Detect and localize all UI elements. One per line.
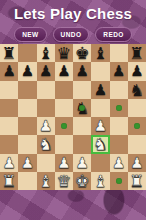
square-f7[interactable] <box>91 62 109 80</box>
white-pawn: ♟ <box>112 154 125 172</box>
square-c2[interactable] <box>37 154 55 172</box>
square-d4[interactable] <box>55 117 73 135</box>
square-c8[interactable]: ♝ <box>37 44 55 62</box>
square-f4[interactable]: ♟ <box>91 117 109 135</box>
white-pawn: ♟ <box>57 154 70 172</box>
square-d2[interactable]: ♟ <box>55 154 73 172</box>
square-a3[interactable] <box>0 135 18 153</box>
square-g1[interactable] <box>110 172 128 190</box>
black-rook: ♜ <box>129 44 144 62</box>
square-c6[interactable] <box>37 81 55 99</box>
square-b7[interactable]: ♟ <box>18 62 36 80</box>
black-pawn: ♟ <box>112 62 125 80</box>
square-c7[interactable]: ♟ <box>37 62 55 80</box>
square-e7[interactable]: ♟ <box>73 62 91 80</box>
square-c5[interactable] <box>37 99 55 117</box>
white-queen: ♛ <box>56 172 71 190</box>
white-pawn: ♟ <box>75 154 88 172</box>
white-pawn: ♟ <box>39 117 52 135</box>
black-rook: ♜ <box>2 44 17 62</box>
black-knight: ♞ <box>129 81 144 99</box>
square-h7[interactable]: ♟ <box>128 62 146 80</box>
black-bishop: ♝ <box>38 44 53 62</box>
legal-move-dot <box>116 178 122 184</box>
square-d7[interactable]: ♟ <box>55 62 73 80</box>
square-d1[interactable]: ♛ <box>55 172 73 190</box>
square-g5[interactable] <box>110 99 128 117</box>
square-e5[interactable]: ♞ <box>73 99 91 117</box>
square-a5[interactable] <box>0 99 18 117</box>
black-pawn: ♟ <box>94 81 107 99</box>
square-e6[interactable] <box>73 81 91 99</box>
black-bishop: ♝ <box>93 44 108 62</box>
square-c4[interactable]: ♟ <box>37 117 55 135</box>
square-d6[interactable] <box>55 81 73 99</box>
white-pawn: ♟ <box>21 154 34 172</box>
square-b8[interactable] <box>18 44 36 62</box>
black-pawn: ♟ <box>75 62 88 80</box>
white-knight: ♞ <box>38 135 53 153</box>
square-g2[interactable]: ♟ <box>110 154 128 172</box>
legal-move-dot <box>116 105 122 111</box>
square-a8[interactable]: ♜ <box>0 44 18 62</box>
square-f1[interactable]: ♝ <box>91 172 109 190</box>
square-e1[interactable]: ♚ <box>73 172 91 190</box>
square-a1[interactable]: ♜ <box>0 172 18 190</box>
square-a4[interactable] <box>0 117 18 135</box>
white-king: ♚ <box>75 172 90 190</box>
square-f6[interactable]: ♟ <box>91 81 109 99</box>
square-h6[interactable]: ♞ <box>128 81 146 99</box>
square-b5[interactable] <box>18 99 36 117</box>
white-rook: ♜ <box>2 172 17 190</box>
square-e8[interactable]: ♚ <box>73 44 91 62</box>
square-g8[interactable] <box>110 44 128 62</box>
square-h1[interactable]: ♜ <box>128 172 146 190</box>
square-b3[interactable] <box>18 135 36 153</box>
chess-app: Lets Play Chess NEW UNDO REDO ♜♝♛♚♝♜♟♟♟♟… <box>0 0 146 220</box>
square-f3[interactable]: ♞ <box>91 135 109 153</box>
square-d3[interactable] <box>55 135 73 153</box>
square-e3[interactable] <box>73 135 91 153</box>
redo-button[interactable]: REDO <box>95 27 131 42</box>
square-e4[interactable] <box>73 117 91 135</box>
white-bishop: ♝ <box>38 172 53 190</box>
black-pawn: ♟ <box>130 62 143 80</box>
square-g6[interactable] <box>110 81 128 99</box>
black-pawn: ♟ <box>39 62 52 80</box>
square-g3[interactable] <box>110 135 128 153</box>
white-bishop: ♝ <box>93 172 108 190</box>
black-king: ♚ <box>75 44 90 62</box>
square-a7[interactable]: ♟ <box>0 62 18 80</box>
white-knight: ♞ <box>93 135 108 153</box>
square-e2[interactable]: ♟ <box>73 154 91 172</box>
white-pawn: ♟ <box>2 154 15 172</box>
square-h8[interactable]: ♜ <box>128 44 146 62</box>
capture-move-dot <box>79 105 85 111</box>
square-g7[interactable]: ♟ <box>110 62 128 80</box>
black-queen: ♛ <box>56 44 71 62</box>
square-b2[interactable]: ♟ <box>18 154 36 172</box>
chess-board: ♜♝♛♚♝♜♟♟♟♟♟♟♟♟♞♞♟♟♞♞♟♟♟♟♟♟♜♝♛♚♝♜ <box>0 44 146 190</box>
square-h3[interactable] <box>128 135 146 153</box>
black-pawn: ♟ <box>2 62 15 80</box>
square-d5[interactable] <box>55 99 73 117</box>
square-c1[interactable]: ♝ <box>37 172 55 190</box>
square-f8[interactable]: ♝ <box>91 44 109 62</box>
footer-decor <box>0 190 146 220</box>
square-g4[interactable] <box>110 117 128 135</box>
square-a6[interactable] <box>0 81 18 99</box>
legal-move-dot <box>134 123 140 129</box>
black-pawn: ♟ <box>57 62 70 80</box>
square-d8[interactable]: ♛ <box>55 44 73 62</box>
black-pawn: ♟ <box>21 62 34 80</box>
square-b1[interactable] <box>18 172 36 190</box>
white-pawn: ♟ <box>130 154 143 172</box>
undo-button[interactable]: UNDO <box>53 27 90 42</box>
square-f2[interactable] <box>91 154 109 172</box>
white-pawn: ♟ <box>94 117 107 135</box>
square-c3[interactable]: ♞ <box>37 135 55 153</box>
square-b6[interactable] <box>18 81 36 99</box>
square-b4[interactable] <box>18 117 36 135</box>
legal-move-dot <box>61 123 67 129</box>
square-h4[interactable] <box>128 117 146 135</box>
square-h5[interactable] <box>128 99 146 117</box>
square-a2[interactable]: ♟ <box>0 154 18 172</box>
white-rook: ♜ <box>129 172 144 190</box>
header: Lets Play Chess NEW UNDO REDO <box>0 0 146 42</box>
square-f5[interactable] <box>91 99 109 117</box>
square-h2[interactable]: ♟ <box>128 154 146 172</box>
toolbar: NEW UNDO REDO <box>0 27 146 42</box>
new-game-button[interactable]: NEW <box>14 27 46 42</box>
page-title: Lets Play Chess <box>0 5 146 22</box>
